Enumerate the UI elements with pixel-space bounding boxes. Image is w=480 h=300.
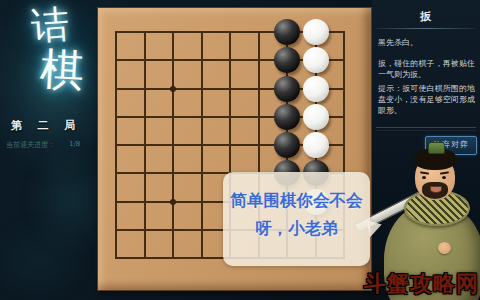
black-stone <box>274 19 300 45</box>
speech-line-2: 呀，小老弟 <box>223 215 370 243</box>
divider <box>376 28 476 29</box>
npc-hand <box>438 242 451 254</box>
white-stone <box>303 47 329 73</box>
technique-description: 扳，碰住的棋子，再被贴住一气则为扳。 <box>378 58 475 80</box>
npc-mouth <box>430 186 442 193</box>
black-stone <box>274 132 300 158</box>
star-point <box>170 199 176 205</box>
black-stone <box>274 104 300 130</box>
site-watermark: 斗蟹攻略网 <box>364 269 479 299</box>
npc-hat <box>428 142 445 154</box>
speech-bubble: 简单围棋你会不会 呀，小老弟 <box>223 172 370 266</box>
title-char-2: 棋 <box>39 47 85 93</box>
puzzle-objective: 黑先杀白。 <box>378 37 475 48</box>
white-stone <box>303 104 329 130</box>
puzzle-hint: 提示：扳可使白棋所围的地盘变小，没有足够空间形成眼形。 <box>378 83 475 116</box>
divider <box>376 127 476 131</box>
npc-eye <box>442 176 446 179</box>
white-stone <box>303 19 329 45</box>
technique-title: 扳 <box>372 9 480 24</box>
round-label: 第 二 局 <box>0 118 92 133</box>
progress-line: 当前通关进度： 1/8 <box>6 140 96 150</box>
white-stone <box>303 76 329 102</box>
black-stone <box>274 76 300 102</box>
star-point <box>170 86 176 92</box>
game-screen: 诘 棋 第 二 局 当前通关进度： 1/8 扳 黑先杀白。 扳，碰住的棋子，再被… <box>0 0 480 300</box>
left-panel: 诘 棋 第 二 局 当前通关进度： 1/8 <box>0 0 96 300</box>
white-stone <box>303 132 329 158</box>
npc-eye <box>422 176 426 179</box>
mode-title-calligraphy: 诘 棋 <box>26 6 86 92</box>
speech-bubble-text: 简单围棋你会不会 呀，小老弟 <box>223 187 370 243</box>
progress-label: 当前通关进度： <box>6 140 55 150</box>
title-char-1: 诘 <box>30 5 71 46</box>
black-stone <box>274 47 300 73</box>
progress-value: 1/8 <box>69 140 80 150</box>
speech-line-1: 简单围棋你会不会 <box>223 187 370 215</box>
